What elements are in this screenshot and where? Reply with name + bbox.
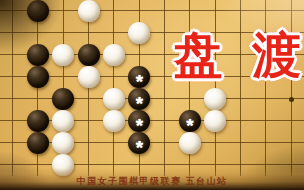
white-stone — [204, 88, 226, 110]
overlay-title: 盘 渡 — [173, 31, 301, 80]
intersection-2-6 — [51, 132, 76, 154]
intersection-4-2 — [101, 44, 126, 66]
black-stone — [78, 44, 100, 66]
intersection-3-6 — [76, 132, 101, 154]
intersection-8-4 — [203, 88, 228, 110]
intersection-5-1 — [127, 22, 152, 44]
intersection-10-6 — [253, 132, 278, 154]
intersection-2-1 — [51, 22, 76, 44]
video-frame: ***** 盘 渡 中国女子围棋甲级联赛 五台山站 — [0, 0, 304, 190]
intersection-6-5 — [152, 110, 177, 132]
intersection-0-0 — [0, 0, 25, 22]
black-stone — [52, 88, 74, 110]
intersection-7-4 — [177, 88, 202, 110]
white-stone — [179, 132, 201, 154]
intersection-1-0 — [25, 0, 50, 22]
white-stone — [52, 110, 74, 132]
marked-black-stone: * — [179, 110, 201, 132]
intersection-2-4 — [51, 88, 76, 110]
intersection-3-0 — [76, 0, 101, 22]
intersection-0-3 — [0, 66, 25, 88]
intersection-10-5 — [253, 110, 278, 132]
intersection-9-0 — [228, 0, 253, 22]
white-stone — [103, 88, 125, 110]
black-stone — [27, 110, 49, 132]
marked-black-stone: * — [128, 110, 150, 132]
marked-black-stone: * — [128, 132, 150, 154]
event-caption-text: 中国女子围棋甲级联赛 五台山站 — [76, 176, 227, 186]
intersection-3-3 — [76, 66, 101, 88]
intersection-5-4: * — [127, 88, 152, 110]
intersection-2-0 — [51, 0, 76, 22]
intersection-5-0 — [127, 0, 152, 22]
hoshi-point — [289, 97, 294, 102]
intersection-3-2 — [76, 44, 101, 66]
event-caption: 中国女子围棋甲级联赛 五台山站 — [0, 177, 304, 186]
intersection-4-5 — [101, 110, 126, 132]
intersection-0-1 — [0, 22, 25, 44]
intersection-0-6 — [0, 132, 25, 154]
intersection-11-4 — [279, 88, 304, 110]
intersection-9-5 — [228, 110, 253, 132]
intersection-7-6 — [177, 132, 202, 154]
intersection-4-0 — [101, 0, 126, 22]
white-stone — [103, 44, 125, 66]
intersection-11-5 — [279, 110, 304, 132]
intersection-4-4 — [101, 88, 126, 110]
overlay-title-text: 盘 渡 — [173, 28, 301, 82]
white-stone — [78, 0, 100, 22]
intersection-11-6 — [279, 132, 304, 154]
intersection-1-1 — [25, 22, 50, 44]
intersection-1-4 — [25, 88, 50, 110]
white-stone — [103, 110, 125, 132]
white-stone — [78, 66, 100, 88]
intersection-8-6 — [203, 132, 228, 154]
intersection-3-1 — [76, 22, 101, 44]
intersection-10-0 — [253, 0, 278, 22]
white-stone — [128, 22, 150, 44]
intersection-1-5 — [25, 110, 50, 132]
intersection-3-4 — [76, 88, 101, 110]
intersection-10-4 — [253, 88, 278, 110]
intersection-7-0 — [177, 0, 202, 22]
white-stone — [52, 44, 74, 66]
intersection-6-4 — [152, 88, 177, 110]
intersection-5-2 — [127, 44, 152, 66]
intersection-9-4 — [228, 88, 253, 110]
intersection-0-4 — [0, 88, 25, 110]
marked-black-stone: * — [128, 66, 150, 88]
intersection-8-5 — [203, 110, 228, 132]
intersection-4-6 — [101, 132, 126, 154]
black-stone — [27, 0, 49, 22]
intersection-8-0 — [203, 0, 228, 22]
intersection-9-6 — [228, 132, 253, 154]
intersection-2-3 — [51, 66, 76, 88]
intersection-4-3 — [101, 66, 126, 88]
intersection-5-3: * — [127, 66, 152, 88]
intersection-11-0 — [279, 0, 304, 22]
go-board-grid: ***** — [0, 0, 304, 176]
intersection-6-6 — [152, 132, 177, 154]
white-stone — [204, 110, 226, 132]
intersection-2-5 — [51, 110, 76, 132]
black-stone — [27, 44, 49, 66]
intersection-6-0 — [152, 0, 177, 22]
black-stone — [27, 66, 49, 88]
intersection-0-2 — [0, 44, 25, 66]
intersection-4-1 — [101, 22, 126, 44]
intersection-7-5: * — [177, 110, 202, 132]
intersection-0-5 — [0, 110, 25, 132]
intersection-2-2 — [51, 44, 76, 66]
intersection-1-2 — [25, 44, 50, 66]
intersection-3-5 — [76, 110, 101, 132]
intersection-5-5: * — [127, 110, 152, 132]
intersection-1-3 — [25, 66, 50, 88]
white-stone — [52, 132, 74, 154]
marked-black-stone: * — [128, 88, 150, 110]
intersection-1-6 — [25, 132, 50, 154]
intersection-5-6: * — [127, 132, 152, 154]
black-stone — [27, 132, 49, 154]
